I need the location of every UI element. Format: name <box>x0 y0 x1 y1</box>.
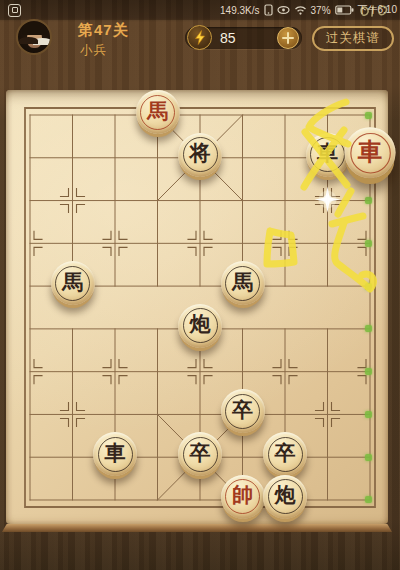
piece-glyph: 炮 <box>190 314 211 335</box>
piece-red-general[interactable]: 帥 <box>221 475 265 519</box>
pass-level-kifu-button[interactable]: 过关棋谱 <box>312 26 394 51</box>
move-hint-dot[interactable] <box>365 454 372 461</box>
energy-count: 85 <box>220 30 236 46</box>
piece-glyph: 卒 <box>190 443 211 464</box>
status-indicators: 149.3K/s 37% 下午6:10 <box>220 3 397 17</box>
battery-percent: 37% <box>311 5 331 16</box>
move-hint-dot[interactable] <box>365 496 372 503</box>
piece-black-soldier[interactable]: 卒 <box>263 432 307 476</box>
move-hint-dot[interactable] <box>365 112 372 119</box>
move-hint-dot[interactable] <box>365 240 372 247</box>
piece-glyph: 将 <box>190 143 211 164</box>
piece-black-horse[interactable]: 馬 <box>221 261 265 305</box>
piece-glyph: 馬 <box>147 101 168 122</box>
move-hint-dot[interactable] <box>365 197 372 204</box>
piece-black-chariot[interactable]: 車 <box>306 133 350 177</box>
piece-black-cannon[interactable]: 炮 <box>178 304 222 348</box>
level-label: 第47关 <box>78 21 129 40</box>
energy-pill: 85 <box>185 27 302 49</box>
piece-black-chariot[interactable]: 車 <box>93 432 137 476</box>
piece-glyph: 車 <box>105 443 126 464</box>
piece-glyph: 炮 <box>275 485 296 506</box>
move-hint-dot[interactable] <box>365 325 372 332</box>
add-energy-button[interactable] <box>277 27 299 49</box>
piece-black-soldier[interactable]: 卒 <box>221 389 265 433</box>
wifi-icon <box>294 5 307 15</box>
piece-glyph: 車 <box>317 143 338 164</box>
move-hint-dot[interactable] <box>365 411 372 418</box>
piece-black-soldier[interactable]: 卒 <box>178 432 222 476</box>
move-hint-dot[interactable] <box>365 368 372 375</box>
board-edge-bevel <box>2 524 392 532</box>
piece-black-cannon[interactable]: 炮 <box>263 475 307 519</box>
clock-time: 下午6:10 <box>358 3 397 17</box>
piece-red-chariot[interactable]: 車 <box>344 127 395 178</box>
phone-icon <box>264 4 273 16</box>
lightning-icon <box>187 25 212 50</box>
piece-black-general[interactable]: 将 <box>178 133 222 177</box>
piece-glyph: 馬 <box>62 272 83 293</box>
screenshot-icon <box>8 4 21 17</box>
battery-icon <box>335 5 354 15</box>
sparkle-effect <box>314 186 341 213</box>
piece-glyph: 卒 <box>275 443 296 464</box>
piece-black-horse[interactable]: 馬 <box>51 261 95 305</box>
level-name: 小兵 <box>80 42 107 59</box>
status-bar: 149.3K/s 37% 下午6:10 <box>0 0 400 20</box>
piece-glyph: 車 <box>358 139 382 163</box>
app-screen: 149.3K/s 37% 下午6:10 <box>0 0 400 570</box>
header: 第47关 小兵 85 过关棋谱 <box>0 20 400 78</box>
network-speed: 149.3K/s <box>220 5 259 16</box>
piece-red-horse[interactable]: 馬 <box>136 90 180 134</box>
avatar[interactable] <box>16 19 52 55</box>
piece-glyph: 帥 <box>232 485 253 506</box>
move-hint-dot[interactable] <box>365 283 372 290</box>
piece-glyph: 卒 <box>232 400 253 421</box>
eye-icon <box>277 5 290 15</box>
piece-glyph: 馬 <box>232 272 253 293</box>
